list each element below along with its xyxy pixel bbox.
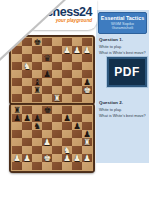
- q2-square-f8: [62, 106, 72, 114]
- q2-square-h7: [82, 114, 92, 122]
- q1-square-c8: ♚: [32, 38, 42, 46]
- q2-square-h1: [82, 162, 92, 170]
- white-pawn-icon: ♟: [13, 154, 21, 162]
- q2-square-b4: [22, 138, 32, 146]
- q2-square-h4: ♜: [82, 138, 92, 146]
- q2-square-g6: ♟: [72, 122, 82, 130]
- black-pawn-icon: ♟: [83, 78, 91, 86]
- black-rook-icon: ♜: [33, 86, 41, 94]
- q2-square-a1: [12, 162, 22, 170]
- q2-square-b2: ♟: [22, 154, 32, 162]
- q1-square-f6: [62, 54, 72, 62]
- white-pawn-icon: ♟: [73, 46, 81, 54]
- q1-square-h4: [82, 70, 92, 78]
- q2-square-e2: [52, 154, 62, 162]
- q1-square-h2: ♚: [82, 86, 92, 94]
- q2-square-d6: [42, 122, 52, 130]
- q1-square-h6: [82, 54, 92, 62]
- q1-square-d4: ♟: [42, 70, 52, 78]
- q2-square-e1: [52, 162, 62, 170]
- q2-square-d8: ♚: [42, 106, 52, 114]
- black-pawn-icon: ♟: [83, 130, 91, 138]
- q2-square-g8: [72, 106, 82, 114]
- question-2-side-to-move: White to play.: [99, 108, 148, 112]
- q2-square-f3: ♞: [62, 146, 72, 154]
- q1-square-b3: [22, 78, 32, 86]
- black-pawn-icon: ♟: [33, 114, 41, 122]
- white-pawn-icon: ♟: [23, 154, 31, 162]
- q1-square-e2: [52, 86, 62, 94]
- q1-square-b1: [22, 94, 32, 102]
- q2-square-e8: [52, 106, 62, 114]
- q1-square-g8: [72, 38, 82, 46]
- q1-square-f3: [62, 78, 72, 86]
- q2-square-e7: [52, 114, 62, 122]
- question-1-side-to-move: White to play.: [99, 45, 148, 49]
- q1-square-d2: [42, 86, 52, 94]
- black-king-icon: ♚: [43, 106, 51, 114]
- q2-square-d7: [42, 114, 52, 122]
- q2-square-d5: [42, 130, 52, 138]
- question-1-prompt: What is White's best move?: [99, 51, 148, 55]
- q2-square-c3: [32, 146, 42, 154]
- q2-square-b8: [22, 106, 32, 114]
- q1-square-g6: [72, 54, 82, 62]
- q1-square-g2: [72, 86, 82, 94]
- q2-square-f2: ♟: [62, 154, 72, 162]
- q2-square-h6: [82, 122, 92, 130]
- q2-square-e6: [52, 122, 62, 130]
- q1-square-a1: [12, 94, 22, 102]
- q2-square-h2: ♟: [82, 154, 92, 162]
- q1-square-e7: [52, 46, 62, 54]
- q1-square-c1: [32, 94, 42, 102]
- q1-square-c4: [32, 70, 42, 78]
- q2-square-h8: [82, 106, 92, 114]
- board-grid-q2: ♜♚♟♟♟♟♞♟♟♟♜♞♟♟♚♟♟♟: [12, 106, 92, 170]
- q1-square-f7: ♟: [62, 46, 72, 54]
- q2-square-b3: [22, 146, 32, 154]
- q2-square-a6: [12, 122, 22, 130]
- q1-square-b7: [22, 46, 32, 54]
- q1-square-b6: [22, 54, 32, 62]
- q1-square-e1: ♜: [52, 94, 62, 102]
- q2-square-e5: [52, 130, 62, 138]
- black-pawn-icon: ♟: [63, 114, 71, 122]
- chess24-logo-tagline: your playground: [56, 18, 92, 24]
- q2-square-e3: [52, 146, 62, 154]
- question-2-prompt: What is White's best move?: [99, 114, 148, 118]
- black-pawn-icon: ♟: [13, 114, 21, 122]
- q1-square-f4: [62, 70, 72, 78]
- q1-square-g3: [72, 78, 82, 86]
- q2-square-d2: ♚: [42, 154, 52, 162]
- course-header: Essential Tactics WGM Sopiko Guramishvil…: [98, 12, 147, 34]
- pdf-badge-icon[interactable]: PDF: [107, 57, 147, 87]
- white-pawn-icon: ♟: [83, 46, 91, 54]
- chess-board-question-2: ♜♚♟♟♟♟♞♟♟♟♜♞♟♟♚♟♟♟: [9, 103, 95, 173]
- q1-square-g1: [72, 94, 82, 102]
- q2-square-g2: ♟: [72, 154, 82, 162]
- q2-square-d3: [42, 146, 52, 154]
- black-king-icon: ♚: [33, 38, 41, 46]
- q1-square-a6: [12, 54, 22, 62]
- q2-square-a5: [12, 130, 22, 138]
- q1-square-b2: [22, 86, 32, 94]
- q1-square-b5: ♞: [22, 62, 32, 70]
- white-rook-icon: ♜: [53, 94, 61, 102]
- q2-square-b5: [22, 130, 32, 138]
- q1-square-h7: ♟: [82, 46, 92, 54]
- q2-square-g3: [72, 146, 82, 154]
- q1-square-g4: [72, 70, 82, 78]
- q1-square-f5: [62, 62, 72, 70]
- info-panel: Essential Tactics WGM Sopiko Guramishvil…: [96, 10, 149, 163]
- white-knight-icon: ♞: [23, 62, 31, 70]
- q1-square-d6: ♛: [42, 54, 52, 62]
- question-1-label: Question 1.: [99, 37, 148, 42]
- q2-square-g7: [72, 114, 82, 122]
- q1-square-c2: ♜: [32, 86, 42, 94]
- q2-square-h5: ♟: [82, 130, 92, 138]
- q1-square-a3: [12, 78, 22, 86]
- q1-square-h1: [82, 94, 92, 102]
- white-knight-icon: ♞: [63, 146, 71, 154]
- white-pawn-icon: ♟: [73, 154, 81, 162]
- course-author-line-2: Guramishvili: [112, 26, 133, 31]
- q2-square-a7: ♟: [12, 114, 22, 122]
- q1-square-c7: [32, 46, 42, 54]
- q1-square-e5: [52, 62, 62, 70]
- question-2-block: Question 2. White to play. What is White…: [99, 100, 148, 121]
- q2-square-f4: [62, 138, 72, 146]
- q1-square-d3: [42, 78, 52, 86]
- chess-board-question-1: ♚♟♟♟♛♞♟♝♟♜♚♜: [9, 35, 95, 105]
- q1-square-d7: [42, 46, 52, 54]
- question-1-block: Question 1. White to play. What is White…: [99, 37, 148, 58]
- white-pawn-icon: ♟: [43, 138, 51, 146]
- q2-square-f5: [62, 130, 72, 138]
- q1-square-h8: [82, 38, 92, 46]
- black-queen-icon: ♛: [43, 54, 51, 62]
- q1-square-f8: [62, 38, 72, 46]
- q2-square-c6: ♞: [32, 122, 42, 130]
- q2-square-b6: [22, 122, 32, 130]
- q1-square-h5: [82, 62, 92, 70]
- q1-square-c5: [32, 62, 42, 70]
- white-pawn-icon: ♟: [63, 154, 71, 162]
- q1-square-e4: [52, 70, 62, 78]
- q1-square-d1: [42, 94, 52, 102]
- q2-square-c1: [32, 162, 42, 170]
- white-king-icon: ♚: [43, 154, 51, 162]
- black-rook-icon: ♜: [13, 106, 21, 114]
- q1-square-a5: [12, 62, 22, 70]
- white-pawn-icon: ♟: [63, 46, 71, 54]
- white-rook-icon: ♜: [83, 138, 91, 146]
- q2-square-a4: [12, 138, 22, 146]
- page: ♚♟♟♟♛♞♟♝♟♜♚♜ ♜♚♟♟♟♟♞♟♟♟♜♞♟♟♚♟♟♟ Essentia…: [0, 0, 149, 198]
- q2-square-g5: [72, 130, 82, 138]
- q2-square-g4: [72, 138, 82, 146]
- q1-square-f2: [62, 86, 72, 94]
- q2-square-c4: [32, 138, 42, 146]
- q2-square-a8: ♜: [12, 106, 22, 114]
- black-knight-icon: ♞: [33, 122, 41, 130]
- q2-square-f7: ♟: [62, 114, 72, 122]
- q1-square-h3: ♟: [82, 78, 92, 86]
- q2-square-c7: ♟: [32, 114, 42, 122]
- board-grid-q1: ♚♟♟♟♛♞♟♝♟♜♚♜: [12, 38, 92, 102]
- q1-square-e8: [52, 38, 62, 46]
- q1-square-d5: [42, 62, 52, 70]
- q2-square-d1: [42, 162, 52, 170]
- q2-square-c2: [32, 154, 42, 162]
- q1-square-d8: [42, 38, 52, 46]
- q2-square-f1: [62, 162, 72, 170]
- q1-square-a2: [12, 86, 22, 94]
- q1-square-g7: ♟: [72, 46, 82, 54]
- white-king-icon: ♚: [83, 86, 91, 94]
- q2-square-f6: [62, 122, 72, 130]
- q2-square-a2: ♟: [12, 154, 22, 162]
- question-2-label: Question 2.: [99, 100, 148, 105]
- q2-square-b1: [22, 162, 32, 170]
- q1-square-c6: [32, 54, 42, 62]
- q2-square-h3: [82, 146, 92, 154]
- q1-square-b4: [22, 70, 32, 78]
- q2-square-a3: [12, 146, 22, 154]
- q2-square-g1: [72, 162, 82, 170]
- q2-square-c8: [32, 106, 42, 114]
- q2-square-b7: ♟: [22, 114, 32, 122]
- q1-square-c3: ♝: [32, 78, 42, 86]
- black-bishop-icon: ♝: [33, 78, 41, 86]
- q1-square-e6: [52, 54, 62, 62]
- q1-square-f1: [62, 94, 72, 102]
- black-pawn-icon: ♟: [73, 122, 81, 130]
- q1-square-a4: [12, 70, 22, 78]
- black-pawn-icon: ♟: [43, 70, 51, 78]
- q1-square-e3: [52, 78, 62, 86]
- black-pawn-icon: ♟: [23, 114, 31, 122]
- q2-square-e4: [52, 138, 62, 146]
- white-pawn-icon: ♟: [83, 154, 91, 162]
- q1-square-g5: [72, 62, 82, 70]
- q2-square-d4: ♟: [42, 138, 52, 146]
- q2-square-c5: [32, 130, 42, 138]
